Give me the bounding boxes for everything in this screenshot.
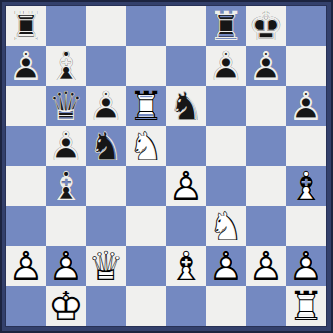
square-d1[interactable] <box>126 286 166 326</box>
white-bishop-icon: ♗ <box>286 166 326 206</box>
square-b5[interactable]: ♟♙ <box>46 126 86 166</box>
black-bishop-fill: ♝ <box>46 46 86 86</box>
square-b8[interactable] <box>46 6 86 46</box>
square-e1[interactable] <box>166 286 206 326</box>
white-pawn-icon: ♙ <box>46 246 86 286</box>
square-a8[interactable]: ♜♖ <box>6 6 46 46</box>
black-queen-icon: ♕ <box>46 86 86 126</box>
square-b6[interactable]: ♛♕ <box>46 86 86 126</box>
black-pawn-icon: ♙ <box>206 46 246 86</box>
square-a6[interactable] <box>6 86 46 126</box>
square-c6[interactable]: ♟♙ <box>86 86 126 126</box>
white-bishop-fill: ♝ <box>286 166 326 206</box>
square-g6[interactable] <box>246 86 286 126</box>
black-bishop-icon: ♗ <box>46 46 86 86</box>
chess-board: ♜♖♜♖♚♔♟♙♝♗♟♙♟♙♛♕♟♙♜♖♞♘♟♙♟♙♞♘♞♘♝♗♟♙♝♗♞♘♟♙… <box>6 6 326 326</box>
square-e3[interactable] <box>166 206 206 246</box>
square-b4[interactable]: ♝♗ <box>46 166 86 206</box>
square-b7[interactable]: ♝♗ <box>46 46 86 86</box>
square-c3[interactable] <box>86 206 126 246</box>
square-a2[interactable]: ♟♙ <box>6 246 46 286</box>
white-pawn-icon: ♙ <box>246 246 286 286</box>
black-pawn-icon: ♙ <box>6 46 46 86</box>
white-knight-fill: ♞ <box>206 206 246 246</box>
white-bishop-fill: ♝ <box>166 246 206 286</box>
square-c4[interactable] <box>86 166 126 206</box>
black-pawn-fill: ♟ <box>286 86 326 126</box>
square-d8[interactable] <box>126 6 166 46</box>
white-pawn-fill: ♟ <box>286 246 326 286</box>
white-pawn-icon: ♙ <box>206 246 246 286</box>
white-pawn-icon: ♙ <box>6 246 46 286</box>
square-g4[interactable] <box>246 166 286 206</box>
square-h7[interactable] <box>286 46 326 86</box>
white-pawn-icon: ♙ <box>286 246 326 286</box>
white-pawn-fill: ♟ <box>206 246 246 286</box>
black-rook-fill: ♜ <box>206 6 246 46</box>
square-h6[interactable]: ♟♙ <box>286 86 326 126</box>
white-knight-icon: ♘ <box>206 206 246 246</box>
white-rook-icon: ♖ <box>126 86 166 126</box>
square-f4[interactable] <box>206 166 246 206</box>
square-b2[interactable]: ♟♙ <box>46 246 86 286</box>
square-e4[interactable]: ♟♙ <box>166 166 206 206</box>
square-a3[interactable] <box>6 206 46 246</box>
black-knight-icon: ♘ <box>86 126 126 166</box>
square-h1[interactable]: ♜♖ <box>286 286 326 326</box>
white-queen-icon: ♕ <box>86 246 126 286</box>
black-pawn-fill: ♟ <box>6 46 46 86</box>
black-pawn-icon: ♙ <box>46 126 86 166</box>
square-g8[interactable]: ♚♔ <box>246 6 286 46</box>
square-b3[interactable] <box>46 206 86 246</box>
square-f6[interactable] <box>206 86 246 126</box>
square-a4[interactable] <box>6 166 46 206</box>
black-pawn-fill: ♟ <box>46 126 86 166</box>
black-rook-fill: ♜ <box>6 6 46 46</box>
square-e7[interactable] <box>166 46 206 86</box>
square-e5[interactable] <box>166 126 206 166</box>
square-f2[interactable]: ♟♙ <box>206 246 246 286</box>
black-pawn-icon: ♙ <box>246 46 286 86</box>
white-king-fill: ♚ <box>46 286 86 326</box>
square-e8[interactable] <box>166 6 206 46</box>
square-g5[interactable] <box>246 126 286 166</box>
square-g3[interactable] <box>246 206 286 246</box>
white-rook-fill: ♜ <box>286 286 326 326</box>
square-b1[interactable]: ♚♔ <box>46 286 86 326</box>
chess-diagram: ♜♖♜♖♚♔♟♙♝♗♟♙♟♙♛♕♟♙♜♖♞♘♟♙♟♙♞♘♞♘♝♗♟♙♝♗♞♘♟♙… <box>0 0 333 333</box>
square-e6[interactable]: ♞♘ <box>166 86 206 126</box>
square-h2[interactable]: ♟♙ <box>286 246 326 286</box>
white-pawn-fill: ♟ <box>246 246 286 286</box>
black-bishop-icon: ♗ <box>46 166 86 206</box>
white-pawn-fill: ♟ <box>46 246 86 286</box>
white-rook-icon: ♖ <box>286 286 326 326</box>
square-a1[interactable] <box>6 286 46 326</box>
black-bishop-fill: ♝ <box>46 166 86 206</box>
square-c1[interactable] <box>86 286 126 326</box>
square-h3[interactable] <box>286 206 326 246</box>
square-f7[interactable]: ♟♙ <box>206 46 246 86</box>
square-h4[interactable]: ♝♗ <box>286 166 326 206</box>
square-a5[interactable] <box>6 126 46 166</box>
square-c2[interactable]: ♛♕ <box>86 246 126 286</box>
square-f8[interactable]: ♜♖ <box>206 6 246 46</box>
square-c5[interactable]: ♞♘ <box>86 126 126 166</box>
square-d3[interactable] <box>126 206 166 246</box>
white-knight-icon: ♘ <box>126 126 166 166</box>
square-g7[interactable]: ♟♙ <box>246 46 286 86</box>
white-rook-fill: ♜ <box>126 86 166 126</box>
white-queen-fill: ♛ <box>86 246 126 286</box>
square-f5[interactable] <box>206 126 246 166</box>
black-rook-icon: ♖ <box>206 6 246 46</box>
black-king-icon: ♔ <box>246 6 286 46</box>
white-pawn-icon: ♙ <box>166 166 206 206</box>
black-knight-fill: ♞ <box>166 86 206 126</box>
white-king-icon: ♔ <box>46 286 86 326</box>
black-pawn-fill: ♟ <box>86 86 126 126</box>
square-h5[interactable] <box>286 126 326 166</box>
black-pawn-fill: ♟ <box>206 46 246 86</box>
square-e2[interactable]: ♝♗ <box>166 246 206 286</box>
square-g1[interactable] <box>246 286 286 326</box>
black-knight-icon: ♘ <box>166 86 206 126</box>
black-pawn-icon: ♙ <box>86 86 126 126</box>
square-c8[interactable] <box>86 6 126 46</box>
black-rook-icon: ♖ <box>6 6 46 46</box>
square-h8[interactable] <box>286 6 326 46</box>
square-d2[interactable] <box>126 246 166 286</box>
square-d6[interactable]: ♜♖ <box>126 86 166 126</box>
square-d5[interactable]: ♞♘ <box>126 126 166 166</box>
black-queen-fill: ♛ <box>46 86 86 126</box>
white-pawn-fill: ♟ <box>6 246 46 286</box>
black-pawn-fill: ♟ <box>246 46 286 86</box>
square-a7[interactable]: ♟♙ <box>6 46 46 86</box>
white-knight-fill: ♞ <box>126 126 166 166</box>
square-f1[interactable] <box>206 286 246 326</box>
black-pawn-icon: ♙ <box>286 86 326 126</box>
white-pawn-fill: ♟ <box>166 166 206 206</box>
square-g2[interactable]: ♟♙ <box>246 246 286 286</box>
square-d4[interactable] <box>126 166 166 206</box>
square-f3[interactable]: ♞♘ <box>206 206 246 246</box>
square-c7[interactable] <box>86 46 126 86</box>
square-d7[interactable] <box>126 46 166 86</box>
black-king-fill: ♚ <box>246 6 286 46</box>
black-knight-fill: ♞ <box>86 126 126 166</box>
white-bishop-icon: ♗ <box>166 246 206 286</box>
